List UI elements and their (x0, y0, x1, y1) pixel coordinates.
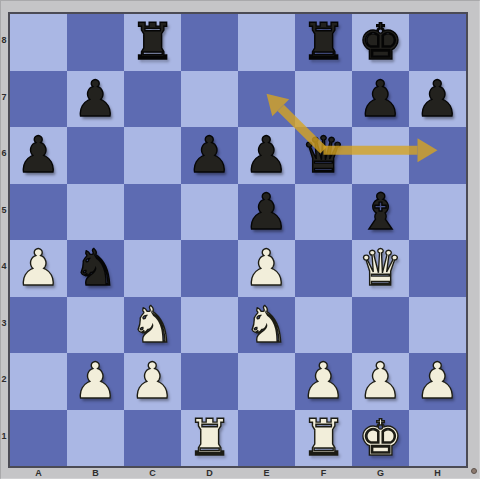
square-h3[interactable] (409, 297, 466, 354)
square-d6[interactable]: ♟ (181, 127, 238, 184)
square-d8[interactable] (181, 14, 238, 71)
piece-black-pawn[interactable]: ♟ (10, 127, 67, 184)
square-g7[interactable]: ♟ (352, 71, 409, 128)
rank-label-1: 1 (0, 408, 8, 465)
square-c7[interactable] (124, 71, 181, 128)
square-b2[interactable]: ♟ (67, 353, 124, 410)
square-b1[interactable] (67, 410, 124, 467)
rank-label-7: 7 (0, 69, 8, 126)
square-g2[interactable]: ♟ (352, 353, 409, 410)
square-a3[interactable] (10, 297, 67, 354)
square-d4[interactable] (181, 240, 238, 297)
square-c1[interactable] (124, 410, 181, 467)
square-g4[interactable]: ♛ (352, 240, 409, 297)
square-a5[interactable] (10, 184, 67, 241)
square-f5[interactable] (295, 184, 352, 241)
square-c4[interactable] (124, 240, 181, 297)
square-b5[interactable] (67, 184, 124, 241)
square-a7[interactable] (10, 71, 67, 128)
square-c5[interactable] (124, 184, 181, 241)
piece-white-pawn[interactable]: ♟ (295, 353, 352, 410)
file-label-c: C (124, 466, 181, 479)
file-label-a: A (10, 466, 67, 479)
piece-white-rook[interactable]: ♜ (295, 410, 352, 467)
square-c2[interactable]: ♟ (124, 353, 181, 410)
square-h5[interactable] (409, 184, 466, 241)
square-g8[interactable]: ♚ (352, 14, 409, 71)
square-h6[interactable] (409, 127, 466, 184)
square-f4[interactable] (295, 240, 352, 297)
piece-black-knight[interactable]: ♞ (67, 240, 124, 297)
rank-label-2: 2 (0, 351, 8, 408)
file-label-g: G (352, 466, 409, 479)
square-c6[interactable] (124, 127, 181, 184)
square-d2[interactable] (181, 353, 238, 410)
square-d1[interactable]: ♜ (181, 410, 238, 467)
file-label-h: H (409, 466, 466, 479)
square-e8[interactable] (238, 14, 295, 71)
square-e7[interactable] (238, 71, 295, 128)
square-e2[interactable] (238, 353, 295, 410)
piece-black-pawn[interactable]: ♟ (181, 127, 238, 184)
piece-black-pawn[interactable]: ♟ (67, 71, 124, 128)
piece-white-knight[interactable]: ♞ (124, 297, 181, 354)
file-label-f: F (295, 466, 352, 479)
square-a4[interactable]: ♟ (10, 240, 67, 297)
square-b4[interactable]: ♞ (67, 240, 124, 297)
square-f1[interactable]: ♜ (295, 410, 352, 467)
square-g1[interactable]: ♚ (352, 410, 409, 467)
square-h2[interactable]: ♟ (409, 353, 466, 410)
piece-black-bishop[interactable]: ♝ (352, 184, 409, 241)
piece-black-king[interactable]: ♚ (352, 14, 409, 71)
square-d7[interactable] (181, 71, 238, 128)
rank-label-6: 6 (0, 125, 8, 182)
square-a2[interactable] (10, 353, 67, 410)
file-label-d: D (181, 466, 238, 479)
rank-label-8: 8 (0, 12, 8, 69)
square-h7[interactable]: ♟ (409, 71, 466, 128)
square-b7[interactable]: ♟ (67, 71, 124, 128)
piece-black-rook[interactable]: ♜ (295, 14, 352, 71)
square-d3[interactable] (181, 297, 238, 354)
square-h1[interactable] (409, 410, 466, 467)
piece-white-king[interactable]: ♚ (352, 410, 409, 467)
piece-white-pawn[interactable]: ♟ (67, 353, 124, 410)
piece-white-pawn[interactable]: ♟ (124, 353, 181, 410)
file-label-e: E (238, 466, 295, 479)
square-g6[interactable] (352, 127, 409, 184)
piece-black-pawn[interactable]: ♟ (352, 71, 409, 128)
square-e6[interactable]: ♟ (238, 127, 295, 184)
piece-white-rook[interactable]: ♜ (181, 410, 238, 467)
piece-black-pawn[interactable]: ♟ (238, 184, 295, 241)
square-c8[interactable]: ♜ (124, 14, 181, 71)
square-b6[interactable] (67, 127, 124, 184)
square-f6[interactable]: ♛ (295, 127, 352, 184)
piece-black-pawn[interactable]: ♟ (238, 127, 295, 184)
square-g5[interactable]: ♝ (352, 184, 409, 241)
chess-board[interactable]: ♜♜♚♟♟♟♟♟♟♛♟♝♟♞♟♛♞♞♟♟♟♟♟♜♜♚ (8, 12, 468, 468)
square-b8[interactable] (67, 14, 124, 71)
square-b3[interactable] (67, 297, 124, 354)
square-f3[interactable] (295, 297, 352, 354)
square-e1[interactable] (238, 410, 295, 467)
piece-white-pawn[interactable]: ♟ (10, 240, 67, 297)
piece-black-queen[interactable]: ♛ (295, 127, 352, 184)
square-f7[interactable] (295, 71, 352, 128)
window-frame: ♜♜♚♟♟♟♟♟♟♛♟♝♟♞♟♛♞♞♟♟♟♟♟♜♜♚ 87654321 ABCD… (0, 0, 480, 479)
piece-white-knight[interactable]: ♞ (238, 297, 295, 354)
square-a1[interactable] (10, 410, 67, 467)
piece-white-pawn[interactable]: ♟ (238, 240, 295, 297)
square-a6[interactable]: ♟ (10, 127, 67, 184)
piece-black-pawn[interactable]: ♟ (409, 71, 466, 128)
square-h4[interactable] (409, 240, 466, 297)
rank-label-4: 4 (0, 238, 8, 295)
square-h8[interactable] (409, 14, 466, 71)
piece-white-queen[interactable]: ♛ (352, 240, 409, 297)
square-e5[interactable]: ♟ (238, 184, 295, 241)
square-e3[interactable]: ♞ (238, 297, 295, 354)
resize-grip[interactable] (471, 468, 477, 474)
piece-white-pawn[interactable]: ♟ (352, 353, 409, 410)
rank-label-3: 3 (0, 295, 8, 352)
square-g3[interactable] (352, 297, 409, 354)
rank-label-5: 5 (0, 182, 8, 239)
piece-white-pawn[interactable]: ♟ (409, 353, 466, 410)
square-a8[interactable] (10, 14, 67, 71)
piece-black-rook[interactable]: ♜ (124, 14, 181, 71)
square-f2[interactable]: ♟ (295, 353, 352, 410)
square-c3[interactable]: ♞ (124, 297, 181, 354)
square-f8[interactable]: ♜ (295, 14, 352, 71)
file-label-b: B (67, 466, 124, 479)
square-d5[interactable] (181, 184, 238, 241)
square-e4[interactable]: ♟ (238, 240, 295, 297)
